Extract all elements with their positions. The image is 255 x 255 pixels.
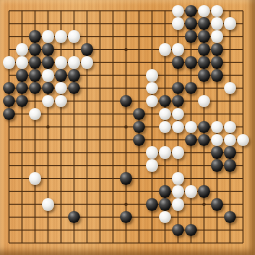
black-stone: ● [211, 198, 224, 211]
white-stone: ○ [68, 56, 81, 69]
white-stone: ○ [55, 56, 68, 69]
black-stone: ● [172, 56, 185, 69]
black-stone: ● [29, 30, 42, 43]
white-stone: ○ [3, 56, 16, 69]
black-stone: ● [16, 69, 29, 82]
white-stone: ○ [81, 56, 94, 69]
white-stone: ○ [185, 185, 198, 198]
black-stone: ● [42, 56, 55, 69]
white-stone: ○ [16, 56, 29, 69]
white-stone: ○ [42, 69, 55, 82]
black-stone: ● [120, 172, 133, 185]
white-stone: ○ [42, 198, 55, 211]
black-stone: ● [211, 43, 224, 56]
white-stone: ○ [172, 185, 185, 198]
black-stone: ● [211, 159, 224, 172]
black-stone: ● [198, 185, 211, 198]
go-app-window: ○●○○○●●○○●○○○●●○○●●●○○●●○○●●○○○●●●●●●○●●… [0, 0, 255, 255]
black-stone: ● [198, 69, 211, 82]
black-stone: ● [198, 43, 211, 56]
white-stone: ○ [29, 172, 42, 185]
black-stone: ● [55, 69, 68, 82]
black-stone: ● [224, 159, 237, 172]
white-stone: ○ [16, 43, 29, 56]
black-stone: ● [159, 198, 172, 211]
white-stone: ○ [211, 30, 224, 43]
black-stone: ● [146, 198, 159, 211]
black-stone: ● [29, 69, 42, 82]
white-stone: ○ [172, 198, 185, 211]
black-stone: ● [29, 56, 42, 69]
black-stone: ● [159, 185, 172, 198]
black-stone: ● [185, 30, 198, 43]
white-stone: ○ [146, 159, 159, 172]
black-stone: ● [211, 56, 224, 69]
black-stone: ● [81, 43, 94, 56]
white-stone: ○ [68, 30, 81, 43]
white-stone: ○ [146, 69, 159, 82]
black-stone: ● [198, 56, 211, 69]
black-stone: ● [198, 30, 211, 43]
white-stone: ○ [55, 30, 68, 43]
go-board[interactable]: ○●○○○●●○○●○○○●●○○●●●○○●●○○●●○○○●●●●●●○●●… [0, 0, 255, 255]
white-stone: ○ [172, 172, 185, 185]
black-stone: ● [211, 69, 224, 82]
white-stone: ○ [172, 43, 185, 56]
white-stone: ○ [159, 43, 172, 56]
black-stone: ● [42, 43, 55, 56]
black-stone: ● [29, 43, 42, 56]
black-stone: ● [185, 56, 198, 69]
black-stone: ● [68, 69, 81, 82]
white-stone: ○ [42, 30, 55, 43]
